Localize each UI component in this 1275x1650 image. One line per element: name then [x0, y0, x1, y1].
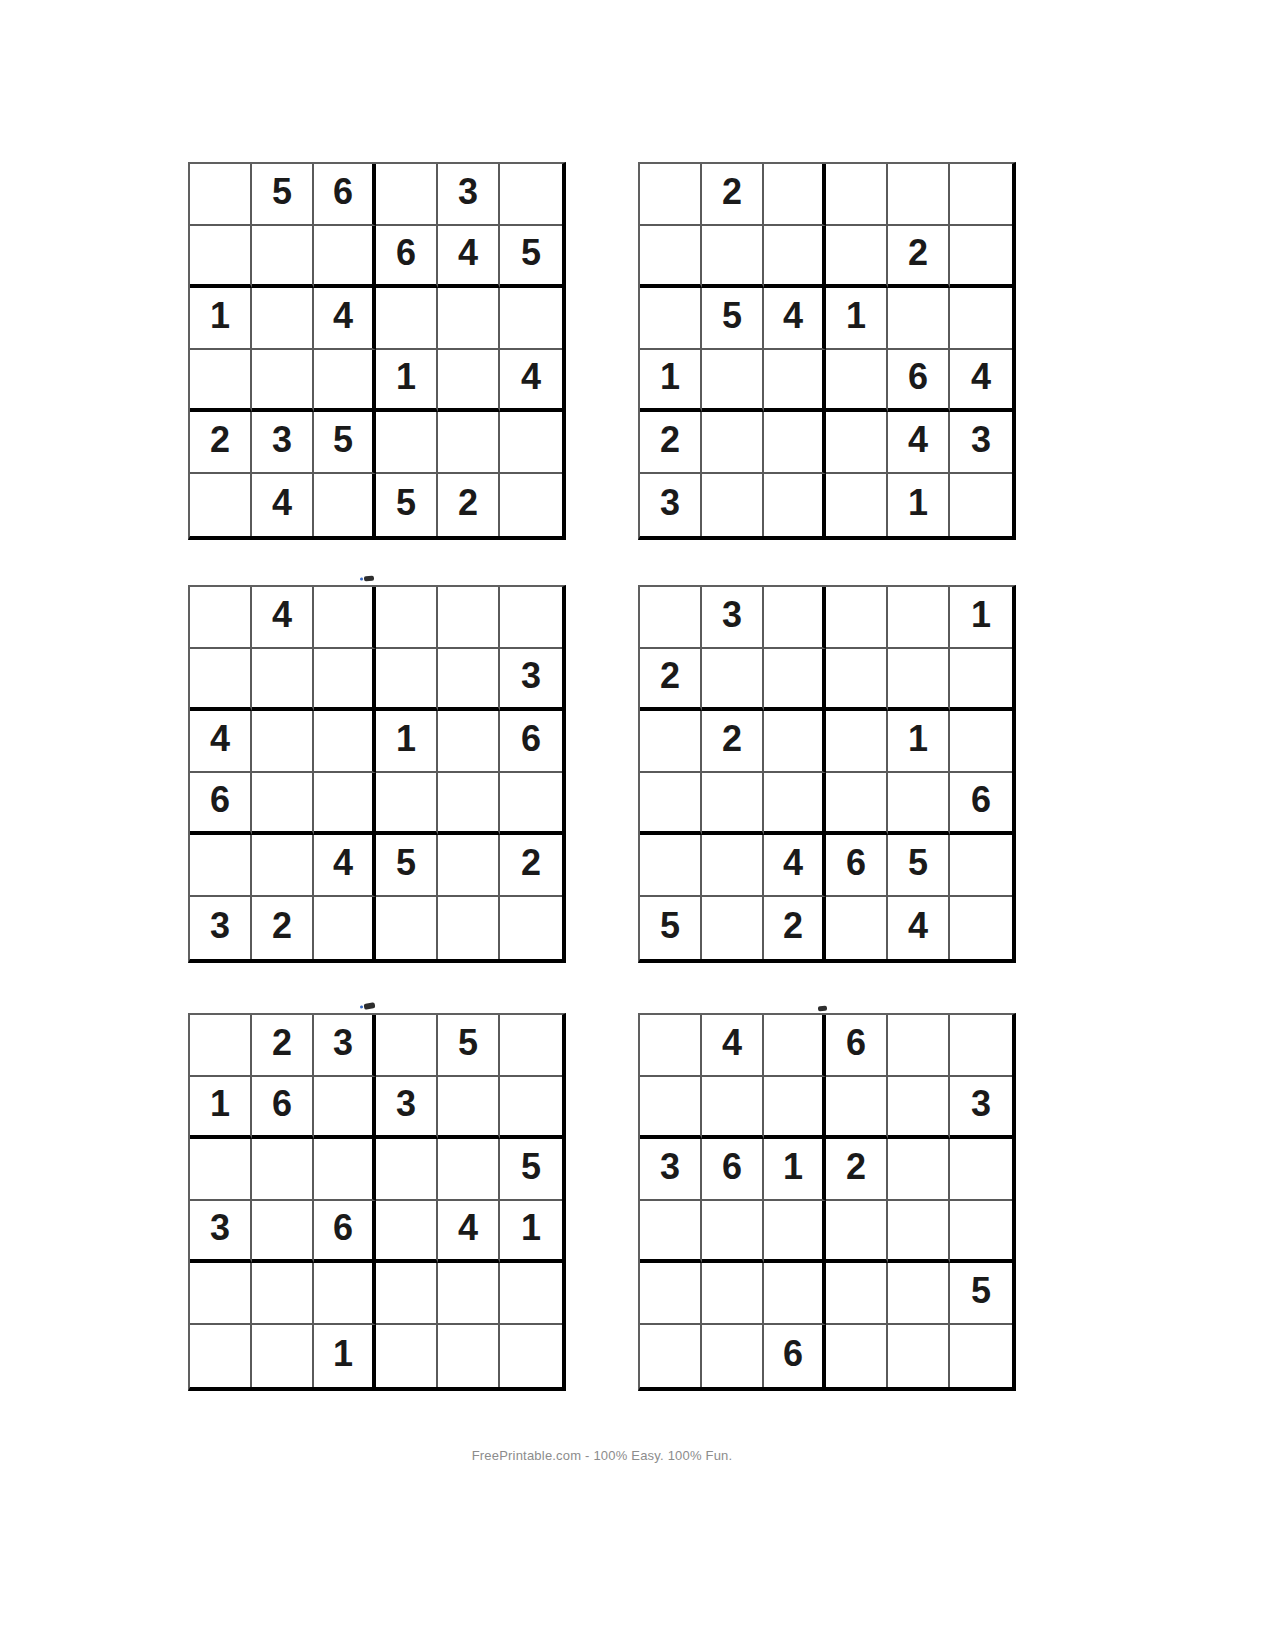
sudoku-cell-r2c4[interactable]: 6 [376, 226, 438, 288]
scan-artifact-speck [360, 1005, 363, 1008]
sudoku-cell-r3c6[interactable] [950, 1139, 1012, 1201]
printable-sudoku-page: 5636451414235452 2254116424331 434166452… [0, 0, 1275, 1650]
sudoku-cell-r4c6[interactable] [500, 773, 562, 835]
sudoku-cell-r4c4[interactable] [826, 350, 888, 412]
sudoku-cell-r3c2[interactable]: 6 [702, 1139, 764, 1201]
sudoku-cell-r4c2[interactable] [702, 350, 764, 412]
sudoku-cell-r1c1[interactable] [190, 164, 252, 226]
scan-artifact [364, 576, 374, 582]
sudoku-cell-r5c5[interactable]: 4 [888, 412, 950, 474]
sudoku-cell-r2c5[interactable] [888, 1077, 950, 1139]
sudoku-board-3: 43416645232 [188, 585, 566, 963]
sudoku-cell-r5c3[interactable] [764, 412, 826, 474]
sudoku-cell-r5c3[interactable]: 5 [314, 412, 376, 474]
sudoku-cell-r2c6[interactable]: 3 [500, 649, 562, 711]
sudoku-cell-r3c4[interactable]: 1 [826, 288, 888, 350]
sudoku-cell-r6c1[interactable] [190, 1325, 252, 1387]
sudoku-cell-r5c4[interactable] [376, 412, 438, 474]
sudoku-cell-r4c1[interactable] [640, 1201, 702, 1263]
sudoku-cell-r6c5[interactable]: 2 [438, 474, 500, 536]
sudoku-cell-r2c2[interactable]: 6 [252, 1077, 314, 1139]
sudoku-cell-r4c2[interactable] [702, 773, 764, 835]
sudoku-cell-r4c5[interactable]: 4 [438, 1201, 500, 1263]
sudoku-cell-r1c2[interactable]: 5 [252, 164, 314, 226]
sudoku-cell-r3c1[interactable] [640, 711, 702, 773]
sudoku-cell-r2c2[interactable] [702, 226, 764, 288]
sudoku-cell-r3c3[interactable] [314, 1139, 376, 1201]
sudoku-cell-r4c4[interactable]: 1 [376, 350, 438, 412]
sudoku-cell-r2c6[interactable] [950, 649, 1012, 711]
sudoku-cell-r2c1[interactable]: 1 [190, 1077, 252, 1139]
sudoku-cell-r3c5[interactable] [438, 711, 500, 773]
sudoku-cell-r5c4[interactable]: 5 [376, 835, 438, 897]
sudoku-cell-r2c4[interactable] [826, 649, 888, 711]
sudoku-cell-r3c2[interactable] [252, 288, 314, 350]
sudoku-cell-r3c3[interactable] [314, 711, 376, 773]
sudoku-cell-r2c2[interactable] [252, 226, 314, 288]
sudoku-cell-r1c4[interactable]: 6 [826, 1015, 888, 1077]
sudoku-cell-r4c1[interactable]: 1 [640, 350, 702, 412]
sudoku-cell-r2c4[interactable]: 3 [376, 1077, 438, 1139]
sudoku-cell-r2c2[interactable] [702, 649, 764, 711]
sudoku-cell-r2c5[interactable] [438, 649, 500, 711]
sudoku-cell-r6c4[interactable] [826, 474, 888, 536]
sudoku-cell-r6c3[interactable] [314, 897, 376, 959]
sudoku-cell-r2c6[interactable] [500, 1077, 562, 1139]
sudoku-board-2: 2254116424331 [638, 162, 1016, 540]
sudoku-cell-r1c5[interactable] [888, 1015, 950, 1077]
sudoku-cell-r2c3[interactable] [764, 226, 826, 288]
sudoku-cell-r6c4[interactable] [376, 897, 438, 959]
sudoku-cell-r5c5[interactable] [438, 412, 500, 474]
sudoku-cell-r1c4[interactable] [376, 1015, 438, 1077]
sudoku-cell-r6c6[interactable] [500, 897, 562, 959]
sudoku-cell-r1c5[interactable]: 3 [438, 164, 500, 226]
sudoku-cell-r5c1[interactable] [640, 1263, 702, 1325]
sudoku-cell-r5c6[interactable]: 2 [500, 835, 562, 897]
sudoku-cell-r5c1[interactable] [640, 835, 702, 897]
sudoku-cell-r1c6[interactable] [950, 164, 1012, 226]
sudoku-cell-r1c1[interactable] [640, 164, 702, 226]
sudoku-cell-r4c6[interactable]: 4 [950, 350, 1012, 412]
sudoku-cell-r6c2[interactable] [252, 1325, 314, 1387]
sudoku-cell-r6c6[interactable] [500, 474, 562, 536]
sudoku-cell-r2c4[interactable] [826, 1077, 888, 1139]
sudoku-cell-r1c2[interactable]: 2 [252, 1015, 314, 1077]
sudoku-cell-r2c3[interactable] [314, 649, 376, 711]
scan-artifact-speck [360, 577, 363, 580]
sudoku-cell-r2c3[interactable] [764, 1077, 826, 1139]
sudoku-cell-r4c5[interactable] [438, 350, 500, 412]
sudoku-cell-r4c3[interactable]: 6 [314, 1201, 376, 1263]
sudoku-cell-r3c3[interactable] [764, 711, 826, 773]
sudoku-cell-r5c4[interactable] [376, 1263, 438, 1325]
sudoku-cell-r3c3[interactable]: 4 [314, 288, 376, 350]
scan-artifact [364, 1002, 376, 1010]
sudoku-cell-r3c6[interactable] [950, 288, 1012, 350]
sudoku-cell-r2c2[interactable] [702, 1077, 764, 1139]
sudoku-cell-r6c4[interactable] [826, 1325, 888, 1387]
sudoku-cell-r3c5[interactable] [888, 1139, 950, 1201]
sudoku-cell-r5c5[interactable] [438, 835, 500, 897]
sudoku-cell-r6c4[interactable]: 5 [376, 474, 438, 536]
sudoku-cell-r4c4[interactable] [826, 773, 888, 835]
sudoku-cell-r3c6[interactable] [500, 288, 562, 350]
sudoku-cell-r2c4[interactable] [826, 226, 888, 288]
sudoku-cell-r4c2[interactable] [252, 773, 314, 835]
sudoku-cell-r1c5[interactable] [888, 164, 950, 226]
sudoku-cell-r3c2[interactable]: 5 [702, 288, 764, 350]
sudoku-cell-r4c3[interactable] [764, 1201, 826, 1263]
sudoku-cell-r4c2[interactable] [252, 1201, 314, 1263]
sudoku-cell-r6c1[interactable]: 3 [190, 897, 252, 959]
sudoku-cell-r6c4[interactable] [376, 1325, 438, 1387]
sudoku-cell-r3c5[interactable] [888, 288, 950, 350]
sudoku-cell-r6c2[interactable]: 4 [252, 474, 314, 536]
sudoku-cell-r4c1[interactable]: 3 [190, 1201, 252, 1263]
sudoku-cell-r5c2[interactable] [702, 1263, 764, 1325]
sudoku-cell-r4c6[interactable]: 6 [950, 773, 1012, 835]
sudoku-cell-r1c4[interactable] [376, 164, 438, 226]
sudoku-cell-r4c5[interactable] [888, 1201, 950, 1263]
sudoku-cell-r4c5[interactable] [888, 773, 950, 835]
sudoku-cell-r1c3[interactable] [764, 1015, 826, 1077]
sudoku-cell-r2c1[interactable] [190, 649, 252, 711]
sudoku-cell-r6c5[interactable]: 1 [888, 474, 950, 536]
sudoku-cell-r5c4[interactable] [826, 1263, 888, 1325]
sudoku-cell-r5c3[interactable]: 4 [314, 835, 376, 897]
scan-artifact [818, 1006, 827, 1011]
sudoku-cell-r6c6[interactable] [950, 1325, 1012, 1387]
footer-text: FreePrintable.com - 100% Easy. 100% Fun. [188, 1448, 1016, 1463]
sudoku-cell-r5c4[interactable] [826, 412, 888, 474]
sudoku-cell-r4c3[interactable] [314, 773, 376, 835]
sudoku-cell-r5c1[interactable]: 2 [640, 412, 702, 474]
sudoku-cell-r6c6[interactable] [950, 897, 1012, 959]
sudoku-cell-r6c2[interactable]: 2 [252, 897, 314, 959]
sudoku-cell-r1c5[interactable] [438, 587, 500, 649]
sudoku-cell-r1c2[interactable]: 4 [252, 587, 314, 649]
sudoku-cell-r3c2[interactable]: 2 [702, 711, 764, 773]
sudoku-cell-r4c1[interactable] [190, 350, 252, 412]
sudoku-cell-r6c2[interactable] [702, 474, 764, 536]
sudoku-board-6: 463361256 [638, 1013, 1016, 1391]
sudoku-cell-r2c6[interactable]: 5 [500, 226, 562, 288]
sudoku-cell-r3c3[interactable]: 1 [764, 1139, 826, 1201]
sudoku-cell-r1c4[interactable] [826, 587, 888, 649]
sudoku-cell-r5c3[interactable] [314, 1263, 376, 1325]
sudoku-cell-r5c6[interactable] [950, 835, 1012, 897]
sudoku-cell-r2c1[interactable] [190, 226, 252, 288]
sudoku-cell-r2c5[interactable] [438, 1077, 500, 1139]
sudoku-cell-r3c1[interactable]: 1 [190, 288, 252, 350]
sudoku-cell-r1c2[interactable]: 4 [702, 1015, 764, 1077]
sudoku-cell-r1c4[interactable] [826, 164, 888, 226]
sudoku-board-4: 312216465524 [638, 585, 1016, 963]
sudoku-cell-r3c5[interactable] [438, 288, 500, 350]
sudoku-cell-r3c3[interactable]: 4 [764, 288, 826, 350]
sudoku-cell-r5c2[interactable] [702, 412, 764, 474]
sudoku-cell-r6c6[interactable] [500, 1325, 562, 1387]
sudoku-cell-r4c4[interactable] [376, 1201, 438, 1263]
sudoku-cell-r1c1[interactable] [190, 1015, 252, 1077]
sudoku-cell-r3c4[interactable] [376, 1139, 438, 1201]
sudoku-cell-r4c3[interactable] [314, 350, 376, 412]
sudoku-cell-r5c1[interactable] [190, 1263, 252, 1325]
sudoku-cell-r5c6[interactable]: 3 [950, 412, 1012, 474]
sudoku-cell-r4c4[interactable] [376, 773, 438, 835]
sudoku-cell-r5c2[interactable] [252, 835, 314, 897]
sudoku-cell-r6c6[interactable] [950, 474, 1012, 536]
sudoku-cell-r1c1[interactable] [190, 587, 252, 649]
sudoku-cell-r1c3[interactable] [314, 587, 376, 649]
sudoku-cell-r2c3[interactable] [764, 649, 826, 711]
sudoku-cell-r1c6[interactable] [500, 1015, 562, 1077]
sudoku-cell-r4c4[interactable] [826, 1201, 888, 1263]
sudoku-cell-r4c2[interactable] [252, 350, 314, 412]
sudoku-cell-r5c3[interactable] [764, 1263, 826, 1325]
sudoku-cell-r5c2[interactable] [252, 1263, 314, 1325]
sudoku-cell-r6c5[interactable]: 4 [888, 897, 950, 959]
sudoku-cell-r1c4[interactable] [376, 587, 438, 649]
sudoku-cell-r1c1[interactable] [640, 1015, 702, 1077]
sudoku-cell-r3c5[interactable]: 1 [888, 711, 950, 773]
sudoku-cell-r4c3[interactable] [764, 350, 826, 412]
sudoku-cell-r5c4[interactable]: 6 [826, 835, 888, 897]
sudoku-cell-r1c3[interactable]: 3 [314, 1015, 376, 1077]
sudoku-cell-r6c1[interactable] [640, 1325, 702, 1387]
sudoku-cell-r5c5[interactable]: 5 [888, 835, 950, 897]
sudoku-cell-r5c6[interactable] [500, 412, 562, 474]
sudoku-cell-r6c3[interactable] [314, 474, 376, 536]
sudoku-cell-r3c6[interactable] [950, 711, 1012, 773]
sudoku-cell-r6c2[interactable] [702, 897, 764, 959]
sudoku-cell-r1c6[interactable]: 1 [950, 587, 1012, 649]
sudoku-cell-r5c5[interactable] [438, 1263, 500, 1325]
sudoku-cell-r3c4[interactable]: 1 [376, 711, 438, 773]
sudoku-cell-r2c3[interactable] [314, 226, 376, 288]
sudoku-cell-r4c3[interactable] [764, 773, 826, 835]
sudoku-cell-r3c6[interactable]: 6 [500, 711, 562, 773]
sudoku-cell-r1c3[interactable]: 6 [314, 164, 376, 226]
sudoku-cell-r1c2[interactable]: 3 [702, 587, 764, 649]
sudoku-cell-r3c1[interactable] [190, 1139, 252, 1201]
sudoku-cell-r1c3[interactable] [764, 587, 826, 649]
sudoku-cell-r3c2[interactable] [252, 711, 314, 773]
sudoku-cell-r2c1[interactable] [640, 226, 702, 288]
sudoku-cell-r6c3[interactable]: 6 [764, 1325, 826, 1387]
sudoku-cell-r4c1[interactable]: 6 [190, 773, 252, 835]
sudoku-cell-r6c2[interactable] [702, 1325, 764, 1387]
sudoku-cell-r6c3[interactable]: 2 [764, 897, 826, 959]
sudoku-cell-r5c3[interactable]: 4 [764, 835, 826, 897]
sudoku-cell-r5c6[interactable]: 5 [950, 1263, 1012, 1325]
sudoku-cell-r4c1[interactable] [640, 773, 702, 835]
sudoku-cell-r3c6[interactable]: 5 [500, 1139, 562, 1201]
sudoku-cell-r4c2[interactable] [702, 1201, 764, 1263]
sudoku-cell-r2c1[interactable] [640, 1077, 702, 1139]
sudoku-cell-r4c6[interactable] [950, 1201, 1012, 1263]
sudoku-cell-r2c5[interactable]: 4 [438, 226, 500, 288]
sudoku-cell-r3c1[interactable]: 3 [640, 1139, 702, 1201]
sudoku-cell-r6c1[interactable]: 5 [640, 897, 702, 959]
sudoku-cell-r3c2[interactable] [252, 1139, 314, 1201]
sudoku-cell-r5c1[interactable] [190, 835, 252, 897]
sudoku-cell-r4c6[interactable]: 4 [500, 350, 562, 412]
sudoku-cell-r4c5[interactable] [438, 773, 500, 835]
sudoku-cell-r5c2[interactable]: 3 [252, 412, 314, 474]
sudoku-cell-r3c1[interactable]: 4 [190, 711, 252, 773]
sudoku-cell-r3c4[interactable] [826, 711, 888, 773]
sudoku-board-5: 235163536411 [188, 1013, 566, 1391]
sudoku-cell-r2c2[interactable] [252, 649, 314, 711]
sudoku-cell-r3c5[interactable] [438, 1139, 500, 1201]
sudoku-cell-r1c3[interactable] [764, 164, 826, 226]
sudoku-cell-r2c1[interactable]: 2 [640, 649, 702, 711]
sudoku-cell-r4c5[interactable]: 6 [888, 350, 950, 412]
sudoku-cell-r2c5[interactable] [888, 649, 950, 711]
sudoku-cell-r6c5[interactable] [888, 1325, 950, 1387]
sudoku-board-1: 5636451414235452 [188, 162, 566, 540]
sudoku-cell-r1c5[interactable] [888, 587, 950, 649]
sudoku-cell-r6c5[interactable] [438, 1325, 500, 1387]
sudoku-cell-r6c4[interactable] [826, 897, 888, 959]
sudoku-cell-r2c6[interactable] [950, 226, 1012, 288]
sudoku-cell-r5c2[interactable] [702, 835, 764, 897]
sudoku-cell-r5c5[interactable] [888, 1263, 950, 1325]
sudoku-cell-r1c1[interactable] [640, 587, 702, 649]
sudoku-cell-r6c3[interactable]: 1 [314, 1325, 376, 1387]
sudoku-cell-r1c2[interactable]: 2 [702, 164, 764, 226]
sudoku-cell-r3c4[interactable] [376, 288, 438, 350]
sudoku-cell-r1c6[interactable] [950, 1015, 1012, 1077]
sudoku-cell-r5c6[interactable] [500, 1263, 562, 1325]
sudoku-cell-r1c5[interactable]: 5 [438, 1015, 500, 1077]
sudoku-cell-r6c1[interactable] [190, 474, 252, 536]
sudoku-cell-r2c5[interactable]: 2 [888, 226, 950, 288]
sudoku-cell-r6c1[interactable]: 3 [640, 474, 702, 536]
sudoku-cell-r2c4[interactable] [376, 649, 438, 711]
sudoku-cell-r6c5[interactable] [438, 897, 500, 959]
sudoku-cell-r5c1[interactable]: 2 [190, 412, 252, 474]
sudoku-cell-r1c6[interactable] [500, 164, 562, 226]
sudoku-cell-r4c6[interactable]: 1 [500, 1201, 562, 1263]
sudoku-cell-r2c3[interactable] [314, 1077, 376, 1139]
sudoku-cell-r1c6[interactable] [500, 587, 562, 649]
sudoku-cell-r6c3[interactable] [764, 474, 826, 536]
sudoku-cell-r2c6[interactable]: 3 [950, 1077, 1012, 1139]
sudoku-cell-r3c4[interactable]: 2 [826, 1139, 888, 1201]
sudoku-cell-r3c1[interactable] [640, 288, 702, 350]
